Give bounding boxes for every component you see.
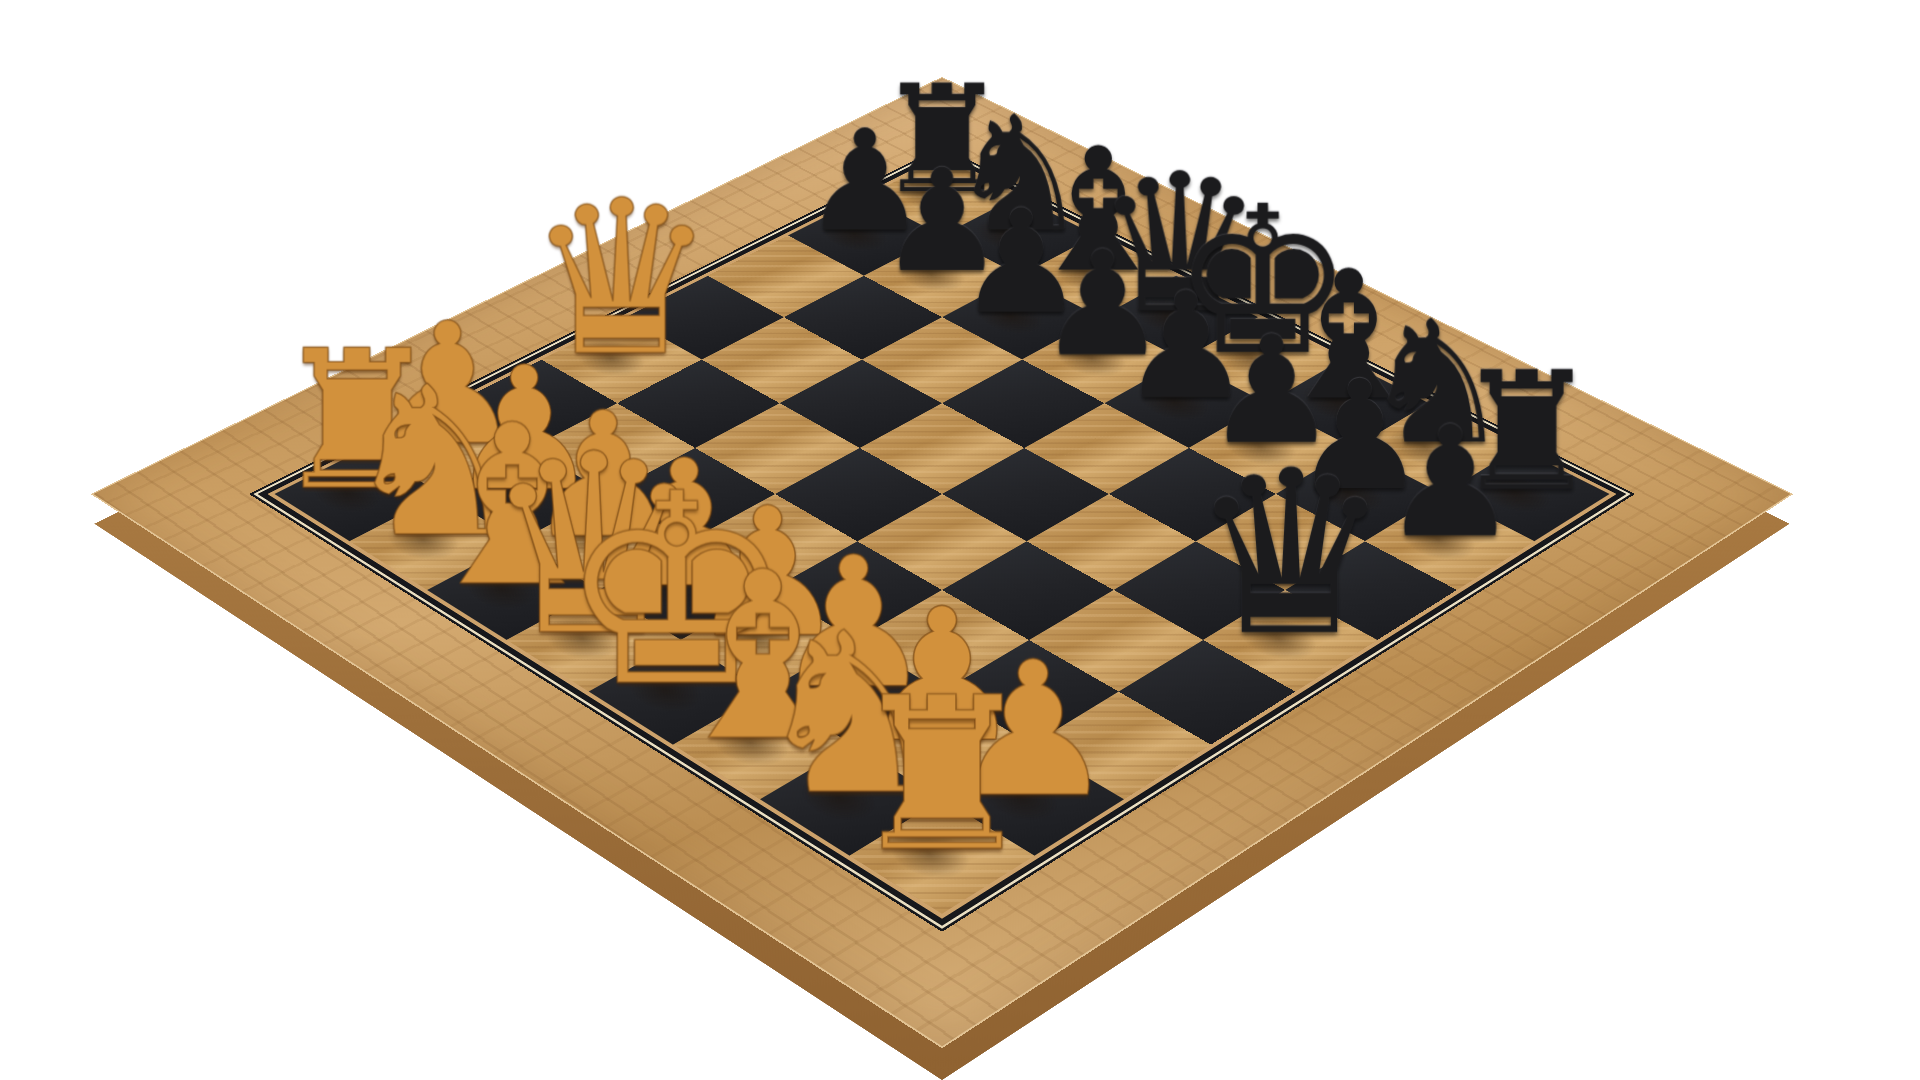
piece-black-queen-h5[interactable]: ♛ — [1189, 441, 1392, 668]
square-e6[interactable] — [1024, 403, 1189, 494]
square-h1[interactable]: ♜ — [850, 799, 1035, 913]
piece-black-pawn-h7[interactable]: ♟ — [1382, 406, 1519, 559]
board-frame: ♜♞♝♛♚♝♞♜♟♟♟♟♟♟♟♟♛♛♟♟♟♟♟♟♟♟♜♞♝♛♚♝♞♜ — [91, 77, 1794, 1049]
square-d5[interactable] — [860, 403, 1025, 494]
chess-board: ♜♞♝♛♚♝♞♜♟♟♟♟♟♟♟♟♛♛♟♟♟♟♟♟♟♟♜♞♝♛♚♝♞♜ — [274, 158, 1609, 914]
piece-white-rook-h1[interactable]: ♜ — [847, 670, 1037, 882]
